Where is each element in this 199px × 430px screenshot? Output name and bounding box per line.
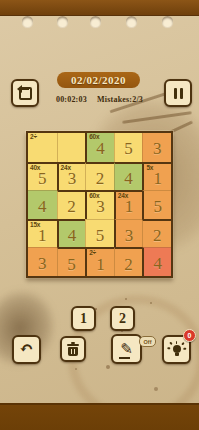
pencil-mode-badge: Off: [139, 336, 156, 347]
grid-cell-r3c4[interactable]: 24x1: [114, 190, 143, 219]
puzzle-date: 02/02/2020: [71, 74, 126, 86]
pencil-button[interactable]: ✎: [111, 334, 142, 364]
puzzle-grid: 2÷60x45340x524x3245x14260x324x1515x14532…: [26, 131, 173, 278]
cell-value: 3: [38, 252, 47, 272]
grid-cell-r1c3[interactable]: 60x4: [85, 133, 114, 162]
grid-cell-r3c2[interactable]: 2: [57, 190, 86, 219]
undo-icon: ↶: [19, 340, 33, 357]
cell-value: 5: [153, 195, 162, 215]
status-line: 00:02:03 Mistakes:2/3: [0, 95, 199, 104]
mistakes-counter: Mistakes:2/3: [97, 95, 143, 104]
cell-value: 5: [124, 137, 133, 157]
erase-button[interactable]: [60, 336, 86, 362]
cage-label: 24x: [118, 192, 128, 199]
ink-smudge: [0, 267, 78, 390]
grid-cell-r3c5[interactable]: 5: [142, 190, 171, 219]
grid-cell-r2c1[interactable]: 40x5: [28, 162, 57, 191]
cage-label: 5x: [146, 164, 153, 171]
grid-cell-r4c4[interactable]: 3: [114, 219, 143, 248]
grid-cell-r1c2[interactable]: [57, 133, 86, 162]
cage-label: 40x: [30, 164, 40, 171]
undo-button[interactable]: ↶: [12, 335, 41, 364]
binder-hole: [126, 16, 137, 27]
cell-value: 4: [38, 195, 47, 215]
cage-label: 24x: [61, 164, 71, 171]
grid-cell-r2c2[interactable]: 24x3: [57, 162, 86, 191]
cage-label: 60x: [89, 133, 99, 140]
grid-cell-r4c3[interactable]: 5: [85, 219, 114, 248]
grid-cell-r5c4[interactable]: 2: [114, 247, 143, 276]
notebook-binding: [0, 0, 199, 16]
grid-cell-r2c5[interactable]: 5x1: [142, 162, 171, 191]
cage-label: 2÷: [30, 133, 37, 140]
grid-cell-r2c4[interactable]: 4: [114, 162, 143, 191]
stain-streak: [122, 111, 192, 124]
digit-button-2[interactable]: 2: [110, 306, 135, 331]
puzzle-date-badge: 02/02/2020: [57, 72, 140, 88]
grid-cell-r5c3[interactable]: 2÷1: [85, 247, 114, 276]
cell-value: 4: [96, 137, 105, 157]
cell-value: 3: [125, 224, 134, 244]
cell-value: 2: [153, 224, 162, 244]
grid-cell-r5c2[interactable]: 5: [57, 247, 86, 276]
grid-cell-r4c5[interactable]: 2: [142, 219, 171, 248]
grid-cell-r5c5[interactable]: 4: [142, 247, 171, 276]
binder-hole: [90, 16, 101, 27]
cage-label: 15x: [30, 221, 40, 228]
pencil-icon: ✎: [120, 342, 133, 357]
cell-value: 2: [96, 167, 105, 187]
cell-value: 3: [153, 137, 162, 157]
cell-value: 4: [153, 252, 162, 272]
digit-label: 2: [119, 311, 126, 327]
grid-cell-r1c4[interactable]: 5: [114, 133, 143, 162]
cell-value: 2: [124, 253, 133, 273]
desk-edge: [0, 403, 199, 430]
cell-value: 4: [124, 167, 133, 187]
grid-cell-r1c1[interactable]: 2÷: [28, 133, 57, 162]
grid-cell-r1c5[interactable]: 3: [142, 133, 171, 162]
grid-cell-r2c3[interactable]: 2: [85, 162, 114, 191]
grid-cell-r4c1[interactable]: 15x1: [28, 219, 57, 248]
grid-cell-r4c2[interactable]: 4: [57, 219, 86, 248]
grid-cell-r3c3[interactable]: 60x3: [85, 190, 114, 219]
cell-value: 2: [67, 195, 76, 215]
binder-hole: [22, 16, 33, 27]
cell-value: 4: [68, 224, 77, 244]
binder-hole: [162, 16, 173, 27]
timer: 00:02:03: [56, 95, 87, 104]
game-screen: 02/02/2020 00:02:03 Mistakes:2/3 2÷60x45…: [0, 0, 199, 430]
digit-button-1[interactable]: 1: [71, 306, 96, 331]
cage-label: 60x: [89, 192, 99, 199]
cell-value: 5: [96, 224, 105, 244]
grid-cell-r3c1[interactable]: 4: [28, 190, 57, 219]
cell-value: 1: [153, 167, 162, 187]
grid-cell-r5c1[interactable]: 3: [28, 247, 57, 276]
lightbulb-icon: [169, 342, 185, 358]
cage-label: 2÷: [89, 249, 96, 256]
digit-label: 1: [80, 311, 87, 327]
cell-value: 5: [67, 253, 76, 273]
cell-value: 1: [96, 253, 105, 273]
binder-hole: [57, 16, 68, 27]
trash-icon: [67, 342, 79, 356]
hint-count-badge: 0: [183, 329, 196, 342]
